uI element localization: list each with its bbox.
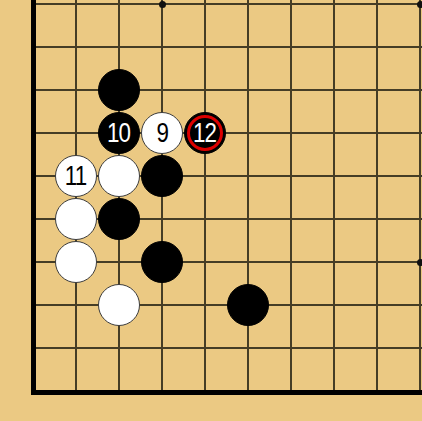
stone-white-B4[interactable] bbox=[55, 241, 97, 283]
stone-black-C7-move10[interactable]: 10 bbox=[98, 112, 140, 154]
stone-white-C3[interactable] bbox=[98, 284, 140, 326]
stone-black-D4[interactable] bbox=[141, 241, 183, 283]
go-board-diagram: 1091211 bbox=[0, 0, 422, 421]
stone-black-F3[interactable] bbox=[227, 284, 269, 326]
stone-black-C8[interactable] bbox=[98, 69, 140, 111]
stone-black-C5[interactable] bbox=[98, 198, 140, 240]
move-number-label: 11 bbox=[65, 162, 87, 190]
move-number-label: 12 bbox=[193, 119, 216, 147]
stone-black-D6[interactable] bbox=[141, 155, 183, 197]
stone-white-B6-move11[interactable]: 11 bbox=[55, 155, 97, 197]
move-number-label: 9 bbox=[156, 119, 168, 147]
stone-white-D7-move9[interactable]: 9 bbox=[141, 112, 183, 154]
move-number-label: 10 bbox=[107, 119, 130, 147]
go-board[interactable]: 1091211 bbox=[0, 0, 422, 421]
stones-layer: 1091211 bbox=[12, 0, 422, 413]
stone-white-B5[interactable] bbox=[55, 198, 97, 240]
stone-black-E7-move12[interactable]: 12 bbox=[184, 112, 226, 154]
stone-white-C6[interactable] bbox=[98, 155, 140, 197]
